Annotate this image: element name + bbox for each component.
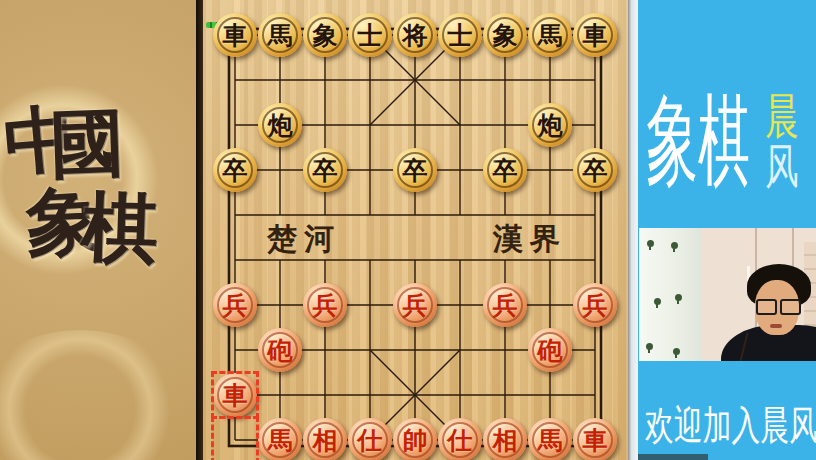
glasses-lens — [756, 299, 777, 315]
piece-兵-red[interactable]: 兵 — [573, 283, 617, 327]
piece-仕-red[interactable]: 仕 — [438, 418, 482, 460]
piece-卒-black[interactable]: 卒 — [573, 148, 617, 192]
piece-卒-black[interactable]: 卒 — [483, 148, 527, 192]
last-move-to-marker — [211, 371, 259, 419]
piece-炮-black[interactable]: 炮 — [258, 103, 302, 147]
glasses-icon — [756, 299, 801, 315]
river-label-han: 漢界 — [480, 219, 580, 260]
piece-将-black[interactable]: 将 — [393, 13, 437, 57]
piece-glyph: 卒 — [213, 148, 257, 192]
piece-砲-red[interactable]: 砲 — [258, 328, 302, 372]
piece-卒-black[interactable]: 卒 — [393, 148, 437, 192]
piece-馬-red[interactable]: 馬 — [258, 418, 302, 460]
piece-兵-red[interactable]: 兵 — [393, 283, 437, 327]
piece-glyph: 兵 — [573, 283, 617, 327]
piece-glyph: 兵 — [213, 283, 257, 327]
piece-卒-black[interactable]: 卒 — [303, 148, 347, 192]
piece-車-black[interactable]: 車 — [213, 13, 257, 57]
piece-兵-red[interactable]: 兵 — [483, 283, 527, 327]
last-move-from-marker — [211, 416, 259, 460]
brand-title: 象棋 — [646, 86, 750, 194]
piece-馬-red[interactable]: 馬 — [528, 418, 572, 460]
curtain — [639, 228, 701, 361]
tree-pattern-icon — [675, 294, 682, 301]
streamer-panel: 象棋 晨 风 — [638, 0, 816, 460]
river-label-chu: 楚河 — [254, 219, 354, 260]
piece-glyph: 兵 — [483, 283, 527, 327]
cloud-motif-bottom — [0, 330, 190, 460]
panel-bottom-shadow — [638, 454, 708, 460]
piece-象-black[interactable]: 象 — [303, 13, 347, 57]
piece-glyph: 象 — [303, 13, 347, 57]
banner-char-guo: 國 — [49, 105, 126, 182]
brand-subtitle: 晨 风 — [765, 92, 799, 192]
left-banner: 中 國 象 棋 — [0, 0, 196, 460]
piece-glyph: 仕 — [348, 418, 392, 460]
streamer-mouth — [770, 324, 782, 328]
piece-象-black[interactable]: 象 — [483, 13, 527, 57]
piece-仕-red[interactable]: 仕 — [348, 418, 392, 460]
piece-glyph: 馬 — [258, 13, 302, 57]
xiangqi-board[interactable]: 楚河 漢界 車馬象士将士象馬車炮炮卒卒卒卒卒兵兵兵兵兵砲砲車馬相仕帥仕相馬車 — [196, 0, 638, 460]
tree-pattern-icon — [646, 343, 653, 350]
piece-glyph: 砲 — [258, 328, 302, 372]
piece-glyph: 車 — [573, 418, 617, 460]
glasses-lens — [780, 299, 801, 315]
piece-炮-black[interactable]: 炮 — [528, 103, 572, 147]
piece-glyph: 炮 — [528, 103, 572, 147]
tree-pattern-icon — [647, 240, 654, 247]
piece-glyph: 兵 — [303, 283, 347, 327]
piece-glyph: 象 — [483, 13, 527, 57]
piece-士-black[interactable]: 士 — [438, 13, 482, 57]
welcome-message: 欢迎加入晨风社 — [645, 398, 816, 453]
piece-卒-black[interactable]: 卒 — [213, 148, 257, 192]
piece-glyph: 仕 — [438, 418, 482, 460]
piece-士-black[interactable]: 士 — [348, 13, 392, 57]
piece-glyph: 卒 — [393, 148, 437, 192]
piece-兵-red[interactable]: 兵 — [303, 283, 347, 327]
piece-glyph: 車 — [573, 13, 617, 57]
piece-馬-black[interactable]: 馬 — [258, 13, 302, 57]
piece-glyph: 卒 — [573, 148, 617, 192]
piece-車-black[interactable]: 車 — [573, 13, 617, 57]
piece-glyph: 将 — [393, 13, 437, 57]
piece-glyph: 相 — [483, 418, 527, 460]
piece-glyph: 砲 — [528, 328, 572, 372]
webcam-video — [639, 228, 816, 361]
app-window: 中 國 象 棋 楚河 漢界 車馬象士将士象馬車炮炮卒卒卒卒卒兵兵兵兵兵砲砲車馬相… — [0, 0, 816, 460]
piece-glyph: 車 — [213, 13, 257, 57]
tree-pattern-icon — [673, 348, 680, 355]
piece-glyph: 卒 — [303, 148, 347, 192]
piece-glyph: 士 — [348, 13, 392, 57]
piece-馬-black[interactable]: 馬 — [528, 13, 572, 57]
brand-sub-char-chen: 晨 — [765, 92, 799, 142]
piece-glyph: 士 — [438, 13, 482, 57]
banner-char-qi: 棋 — [81, 189, 160, 268]
piece-glyph: 卒 — [483, 148, 527, 192]
piece-glyph: 馬 — [528, 13, 572, 57]
piece-帥-red[interactable]: 帥 — [393, 418, 437, 460]
piece-砲-red[interactable]: 砲 — [528, 328, 572, 372]
piece-glyph: 炮 — [258, 103, 302, 147]
piece-glyph: 帥 — [393, 418, 437, 460]
piece-glyph: 馬 — [258, 418, 302, 460]
piece-相-red[interactable]: 相 — [303, 418, 347, 460]
piece-兵-red[interactable]: 兵 — [213, 283, 257, 327]
board-right-edge — [628, 0, 638, 460]
tree-pattern-icon — [671, 242, 678, 249]
piece-相-red[interactable]: 相 — [483, 418, 527, 460]
piece-glyph: 相 — [303, 418, 347, 460]
piece-glyph: 兵 — [393, 283, 437, 327]
piece-車-red[interactable]: 車 — [573, 418, 617, 460]
piece-glyph: 馬 — [528, 418, 572, 460]
tree-pattern-icon — [654, 298, 661, 305]
brand-sub-char-feng: 风 — [765, 142, 799, 192]
